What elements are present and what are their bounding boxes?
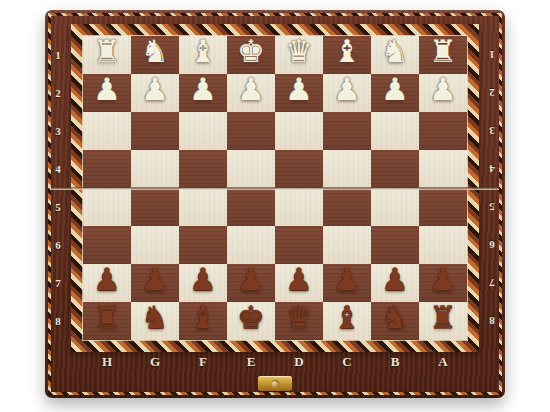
rank-label-left-4: 4 (45, 150, 71, 188)
piece-white-pawn[interactable]: ♟ (179, 70, 227, 108)
piece-black-pawn[interactable]: ♟ (83, 260, 131, 298)
piece-black-rook[interactable]: ♜ (419, 298, 467, 336)
square-h7[interactable]: ♟ (83, 264, 131, 302)
square-g5[interactable] (131, 188, 179, 226)
square-c2[interactable]: ♟ (323, 74, 371, 112)
square-g4[interactable] (131, 150, 179, 188)
rank-label-right-7: 7 (479, 264, 505, 302)
piece-black-knight[interactable]: ♞ (131, 298, 179, 336)
piece-white-knight[interactable]: ♞ (131, 32, 179, 70)
square-d5[interactable] (275, 188, 323, 226)
piece-white-pawn[interactable]: ♟ (419, 70, 467, 108)
square-d3[interactable] (275, 112, 323, 150)
piece-black-bishop[interactable]: ♝ (179, 298, 227, 336)
piece-black-rook[interactable]: ♜ (83, 298, 131, 336)
square-e7[interactable]: ♟ (227, 264, 275, 302)
piece-black-pawn[interactable]: ♟ (419, 260, 467, 298)
piece-white-pawn[interactable]: ♟ (371, 70, 419, 108)
square-e6[interactable] (227, 226, 275, 264)
piece-white-pawn[interactable]: ♟ (227, 70, 275, 108)
square-g6[interactable] (131, 226, 179, 264)
square-c8[interactable]: ♝ (323, 302, 371, 340)
piece-black-knight[interactable]: ♞ (371, 298, 419, 336)
square-c6[interactable] (323, 226, 371, 264)
piece-white-knight[interactable]: ♞ (371, 32, 419, 70)
rank-label-right-2: 2 (479, 74, 505, 112)
piece-black-pawn[interactable]: ♟ (227, 260, 275, 298)
square-b2[interactable]: ♟ (371, 74, 419, 112)
file-labels-bottom: HGFEDCBA (83, 353, 467, 371)
square-f3[interactable] (179, 112, 227, 150)
brass-latch-icon (258, 376, 292, 391)
rank-label-right-4: 4 (479, 150, 505, 188)
rank-label-left-1: 1 (45, 36, 71, 74)
square-h5[interactable] (83, 188, 131, 226)
file-label-c: C (323, 353, 371, 371)
rank-label-right-6: 6 (479, 226, 505, 264)
rank-label-left-5: 5 (45, 188, 71, 226)
rank-label-right-1: 1 (479, 36, 505, 74)
file-label-h: H (83, 353, 131, 371)
square-g1[interactable]: ♞ (131, 36, 179, 74)
rank-label-left-3: 3 (45, 112, 71, 150)
square-h8[interactable]: ♜ (83, 302, 131, 340)
square-d1[interactable]: ♛ (275, 36, 323, 74)
square-g7[interactable]: ♟ (131, 264, 179, 302)
square-h1[interactable]: ♜ (83, 36, 131, 74)
square-e4[interactable] (227, 150, 275, 188)
file-label-g: G (131, 353, 179, 371)
square-b7[interactable]: ♟ (371, 264, 419, 302)
chess-board: ♜♞♝♚♛♝♞♜♟♟♟♟♟♟♟♟♟♟♟♟♟♟♟♟♜♞♝♚♛♝♞♜ (83, 36, 467, 340)
square-d2[interactable]: ♟ (275, 74, 323, 112)
piece-white-queen[interactable]: ♛ (275, 32, 323, 70)
square-c1[interactable]: ♝ (323, 36, 371, 74)
piece-white-rook[interactable]: ♜ (419, 32, 467, 70)
white-backdrop: 12345678 12345678 HGFEDCBA ♜♞♝♚♛♝♞♜♟♟♟♟♟… (0, 10, 550, 412)
marquetry-border: ♜♞♝♚♛♝♞♜♟♟♟♟♟♟♟♟♟♟♟♟♟♟♟♟♜♞♝♚♛♝♞♜ (71, 24, 479, 352)
rank-labels-right: 12345678 (479, 36, 505, 340)
piece-white-pawn[interactable]: ♟ (323, 70, 371, 108)
piece-black-pawn[interactable]: ♟ (275, 260, 323, 298)
square-a2[interactable]: ♟ (419, 74, 467, 112)
rank-label-right-8: 8 (479, 302, 505, 340)
square-e2[interactable]: ♟ (227, 74, 275, 112)
piece-white-rook[interactable]: ♜ (83, 32, 131, 70)
piece-white-pawn[interactable]: ♟ (275, 70, 323, 108)
rank-label-right-5: 5 (479, 188, 505, 226)
square-b8[interactable]: ♞ (371, 302, 419, 340)
rank-label-right-3: 3 (479, 112, 505, 150)
rank-label-left-8: 8 (45, 302, 71, 340)
piece-black-pawn[interactable]: ♟ (179, 260, 227, 298)
square-f8[interactable]: ♝ (179, 302, 227, 340)
square-c7[interactable]: ♟ (323, 264, 371, 302)
piece-white-king[interactable]: ♚ (227, 32, 275, 70)
piece-white-pawn[interactable]: ♟ (131, 70, 179, 108)
chess-box: 12345678 12345678 HGFEDCBA ♜♞♝♚♛♝♞♜♟♟♟♟♟… (45, 10, 505, 398)
square-b6[interactable] (371, 226, 419, 264)
square-g2[interactable]: ♟ (131, 74, 179, 112)
piece-white-bishop[interactable]: ♝ (323, 32, 371, 70)
square-f4[interactable] (179, 150, 227, 188)
square-f5[interactable] (179, 188, 227, 226)
square-a4[interactable] (419, 150, 467, 188)
square-b1[interactable]: ♞ (371, 36, 419, 74)
file-label-e: E (227, 353, 275, 371)
square-f6[interactable] (179, 226, 227, 264)
square-c4[interactable] (323, 150, 371, 188)
square-a6[interactable] (419, 226, 467, 264)
square-a1[interactable]: ♜ (419, 36, 467, 74)
piece-black-pawn[interactable]: ♟ (131, 260, 179, 298)
square-h4[interactable] (83, 150, 131, 188)
square-g8[interactable]: ♞ (131, 302, 179, 340)
rank-label-left-7: 7 (45, 264, 71, 302)
square-h6[interactable] (83, 226, 131, 264)
piece-black-pawn[interactable]: ♟ (323, 260, 371, 298)
square-h3[interactable] (83, 112, 131, 150)
square-f1[interactable]: ♝ (179, 36, 227, 74)
square-d4[interactable] (275, 150, 323, 188)
square-a7[interactable]: ♟ (419, 264, 467, 302)
square-c5[interactable] (323, 188, 371, 226)
square-d6[interactable] (275, 226, 323, 264)
file-label-a: A (419, 353, 467, 371)
square-b4[interactable] (371, 150, 419, 188)
square-b3[interactable] (371, 112, 419, 150)
square-e1[interactable]: ♚ (227, 36, 275, 74)
rank-label-left-6: 6 (45, 226, 71, 264)
square-d8[interactable]: ♛ (275, 302, 323, 340)
square-d7[interactable]: ♟ (275, 264, 323, 302)
square-b5[interactable] (371, 188, 419, 226)
file-label-f: F (179, 353, 227, 371)
square-e5[interactable] (227, 188, 275, 226)
square-c3[interactable] (323, 112, 371, 150)
rank-label-left-2: 2 (45, 74, 71, 112)
piece-black-queen[interactable]: ♛ (275, 298, 323, 336)
piece-black-bishop[interactable]: ♝ (323, 298, 371, 336)
rank-labels-left: 12345678 (45, 36, 71, 340)
square-a3[interactable] (419, 112, 467, 150)
piece-black-pawn[interactable]: ♟ (371, 260, 419, 298)
piece-white-bishop[interactable]: ♝ (179, 32, 227, 70)
square-h2[interactable]: ♟ (83, 74, 131, 112)
piece-black-king[interactable]: ♚ (227, 298, 275, 336)
square-a5[interactable] (419, 188, 467, 226)
file-label-d: D (275, 353, 323, 371)
square-e8[interactable]: ♚ (227, 302, 275, 340)
file-label-b: B (371, 353, 419, 371)
piece-white-pawn[interactable]: ♟ (83, 70, 131, 108)
square-g3[interactable] (131, 112, 179, 150)
square-f2[interactable]: ♟ (179, 74, 227, 112)
square-e3[interactable] (227, 112, 275, 150)
square-a8[interactable]: ♜ (419, 302, 467, 340)
square-f7[interactable]: ♟ (179, 264, 227, 302)
